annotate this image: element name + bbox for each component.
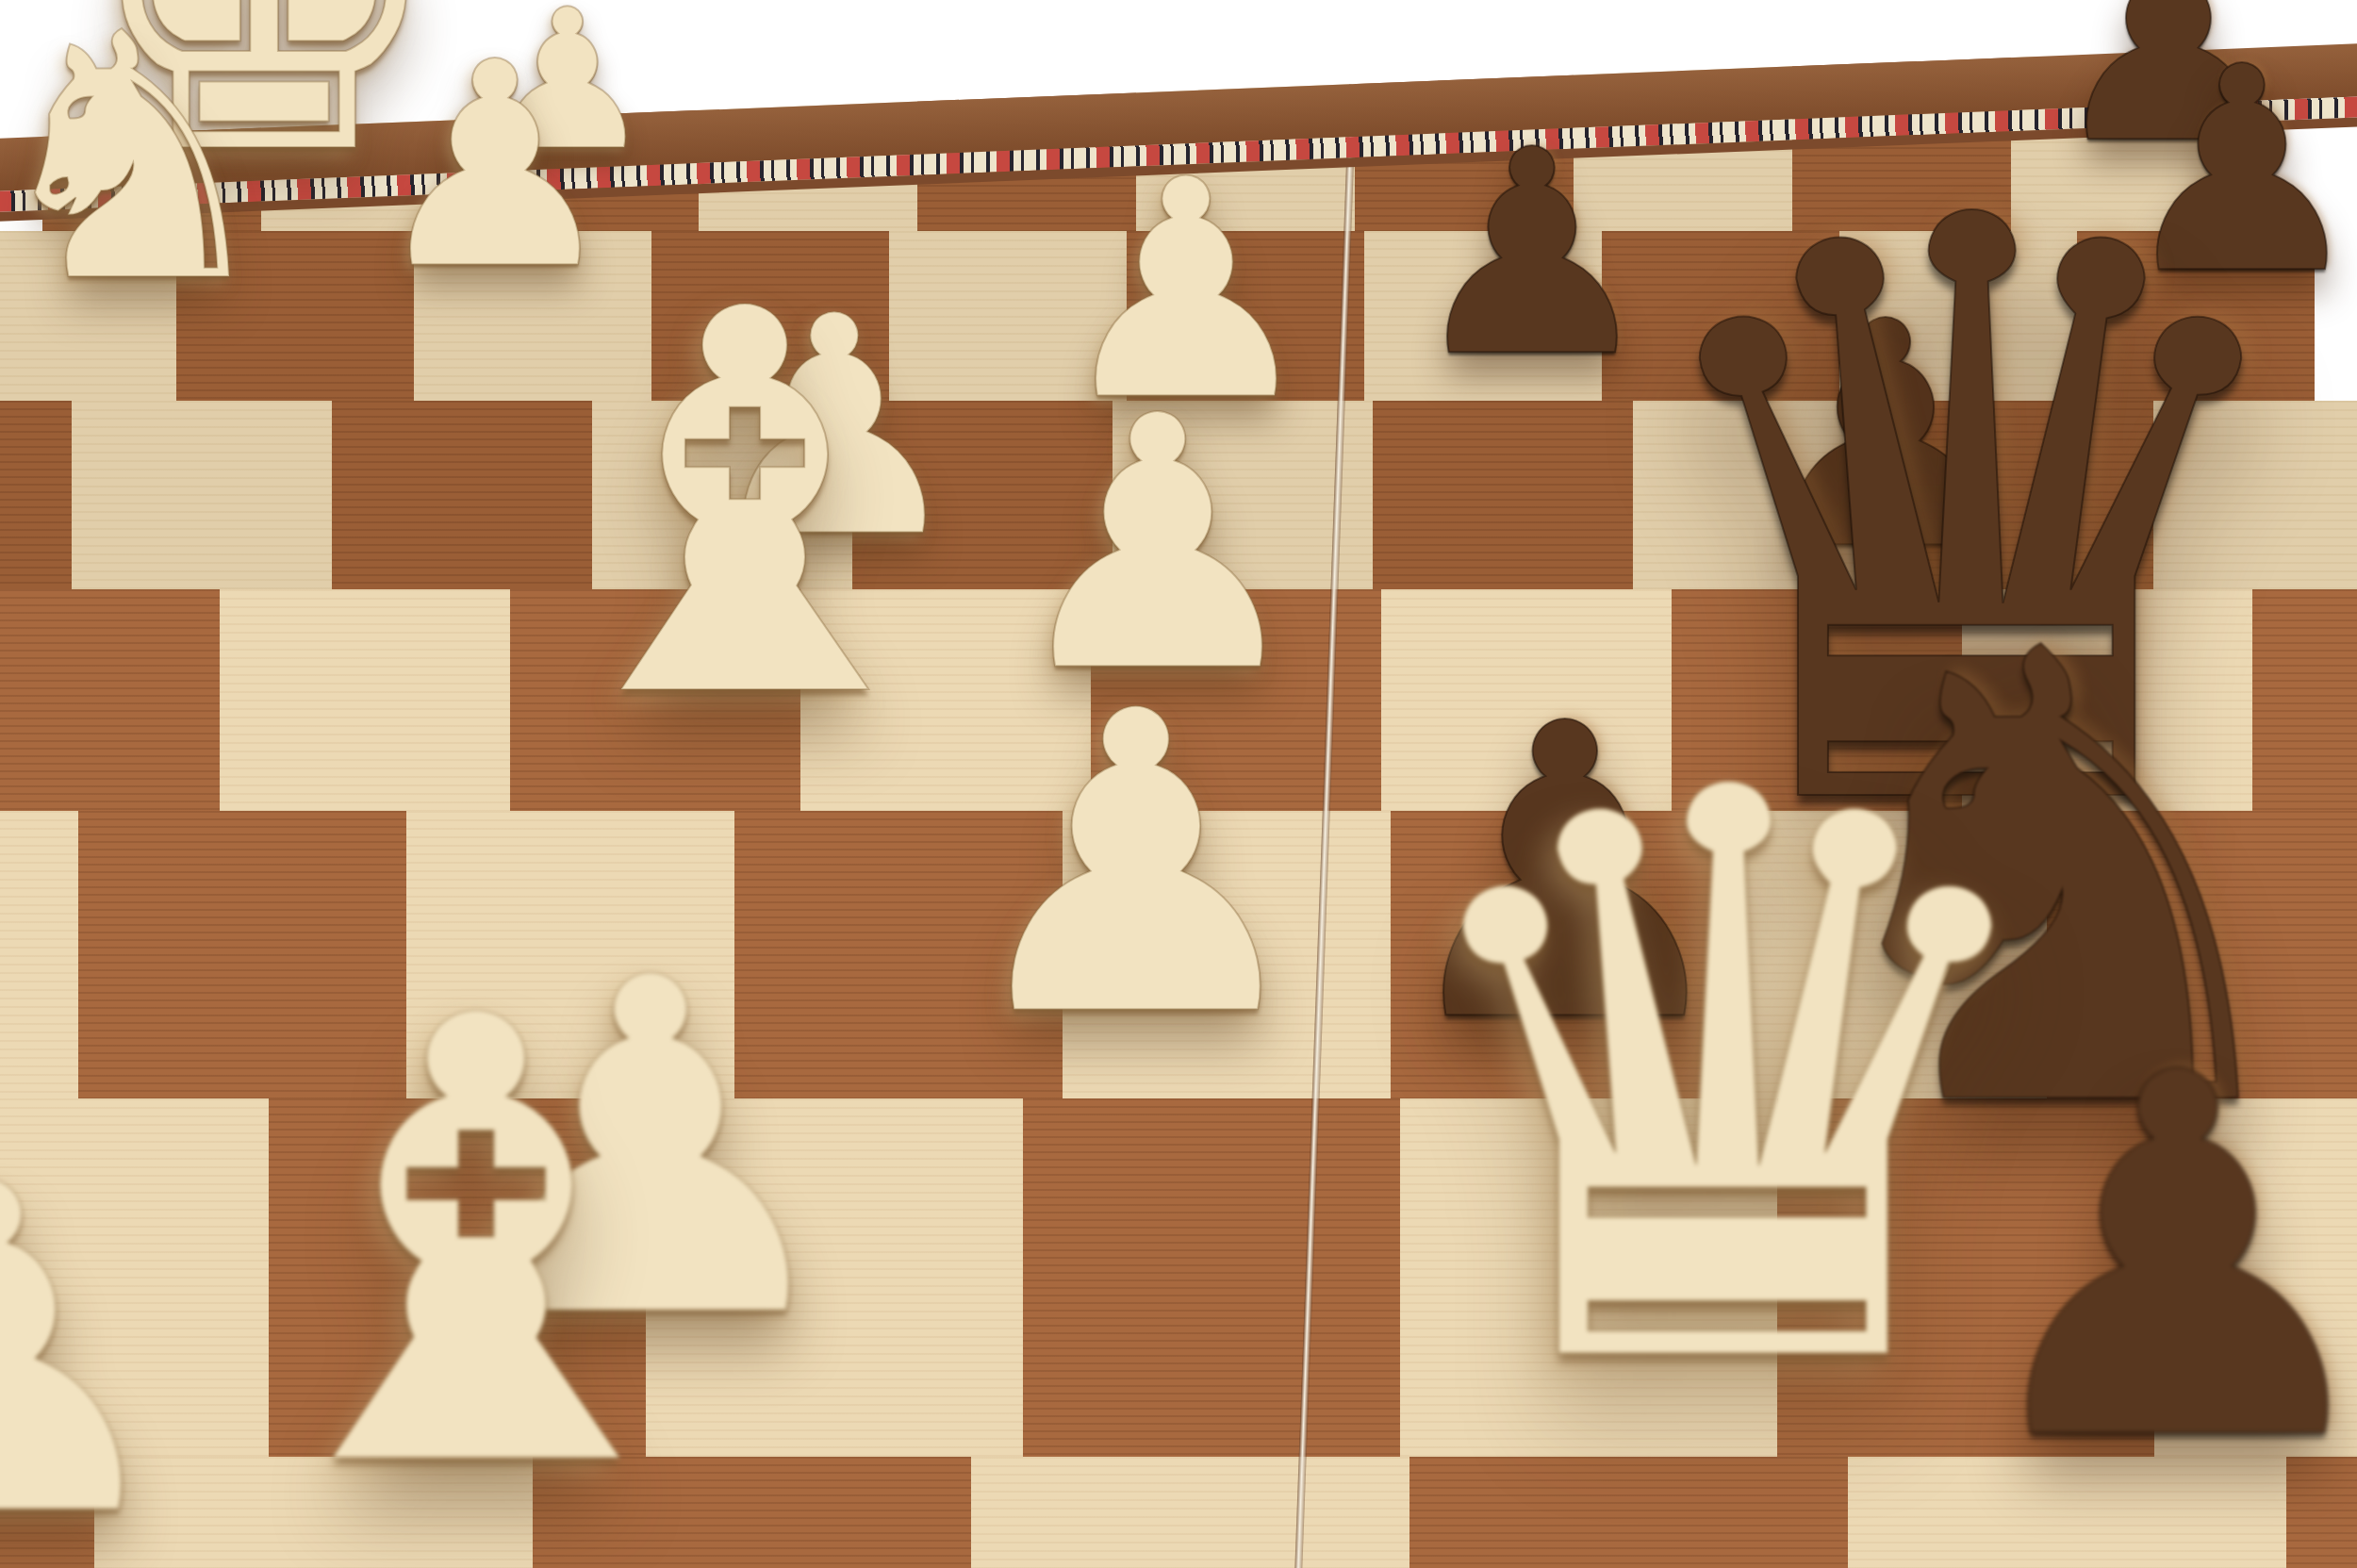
board-square — [1023, 1098, 1400, 1457]
white-bishop[interactable]: ♝ — [508, 242, 981, 770]
white-pawn[interactable]: ♟ — [0, 1126, 189, 1568]
chess-photo-stage: ♟♟♚♟♟♞♟♟♟♟♟♝♛♟♟♞♟♛♟♝♟ — [0, 0, 2357, 1568]
board-square — [0, 401, 72, 589]
board-square — [72, 401, 332, 589]
board-square — [0, 811, 78, 1098]
board-square — [1373, 401, 1633, 589]
board-square — [220, 589, 510, 811]
dark-pawn[interactable]: ♟ — [1953, 1010, 2357, 1510]
board-square — [0, 589, 220, 811]
white-bishop[interactable]: ♝ — [202, 939, 751, 1552]
white-pawn[interactable]: ♟ — [950, 658, 1322, 1073]
board-square — [971, 1457, 1409, 1568]
white-knight[interactable]: ♞ — [0, 0, 284, 329]
